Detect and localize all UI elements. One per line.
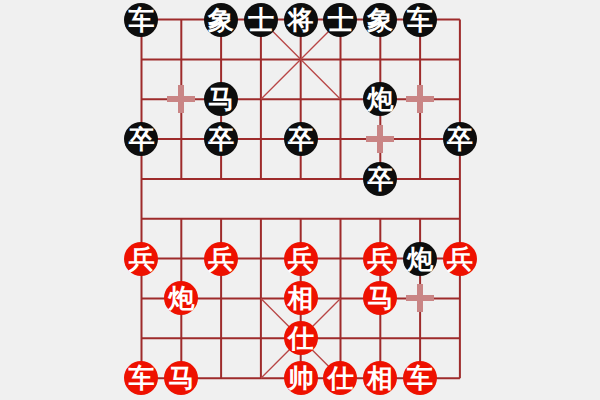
piece-black-advisor[interactable]: 士 [244,3,278,37]
marker-corner-br [380,139,394,153]
piece-red-soldier[interactable]: 兵 [363,242,397,276]
last-move-marker [404,282,436,314]
piece-black-cannon[interactable]: 炮 [363,82,397,116]
marker-corner-br [420,99,434,113]
last-move-marker [165,83,197,115]
piece-black-soldier[interactable]: 卒 [124,122,158,156]
marker-corner-tr [420,85,434,99]
piece-red-advisor[interactable]: 仕 [284,321,318,355]
piece-black-soldier[interactable]: 卒 [284,122,318,156]
piece-black-general[interactable]: 将 [284,3,318,37]
marker-corner-tr [181,85,195,99]
marker-corner-br [420,298,434,312]
marker-corner-bl [366,139,380,153]
marker-corner-bl [167,99,181,113]
piece-black-soldier[interactable]: 卒 [443,122,477,156]
marker-corner-tl [366,125,380,139]
piece-red-horse[interactable]: 马 [363,281,397,315]
last-move-marker [364,123,396,155]
piece-red-soldier[interactable]: 兵 [443,242,477,276]
piece-red-advisor[interactable]: 仕 [323,361,357,395]
piece-red-general[interactable]: 帅 [284,361,318,395]
marker-corner-tl [167,85,181,99]
piece-black-chariot[interactable]: 车 [403,3,437,37]
piece-black-soldier[interactable]: 卒 [204,122,238,156]
marker-corner-tr [380,125,394,139]
marker-corner-bl [406,99,420,113]
piece-black-cannon[interactable]: 炮 [403,242,437,276]
marker-corner-tl [406,85,420,99]
piece-red-elephant[interactable]: 相 [363,361,397,395]
marker-corner-bl [406,298,420,312]
piece-black-advisor[interactable]: 士 [323,3,357,37]
xiangqi-app: 车象士将士象车马炮卒卒卒卒卒兵兵兵兵炮兵炮相马仕车马帅仕相车 [0,0,600,400]
last-move-marker [404,83,436,115]
piece-black-horse[interactable]: 马 [204,82,238,116]
piece-red-horse[interactable]: 马 [164,361,198,395]
piece-black-chariot[interactable]: 车 [124,3,158,37]
piece-red-soldier[interactable]: 兵 [204,242,238,276]
piece-black-elephant[interactable]: 象 [204,3,238,37]
marker-corner-br [181,99,195,113]
piece-black-soldier[interactable]: 卒 [363,162,397,196]
marker-corner-tl [406,284,420,298]
piece-red-elephant[interactable]: 相 [284,281,318,315]
xiangqi-board[interactable]: 车象士将士象车马炮卒卒卒卒卒兵兵兵兵炮兵炮相马仕车马帅仕相车 [122,0,480,398]
piece-red-cannon[interactable]: 炮 [164,281,198,315]
piece-red-soldier[interactable]: 兵 [124,242,158,276]
piece-red-soldier[interactable]: 兵 [284,242,318,276]
marker-corner-tr [420,284,434,298]
piece-red-chariot[interactable]: 车 [403,361,437,395]
piece-black-elephant[interactable]: 象 [363,3,397,37]
piece-red-chariot[interactable]: 车 [124,361,158,395]
